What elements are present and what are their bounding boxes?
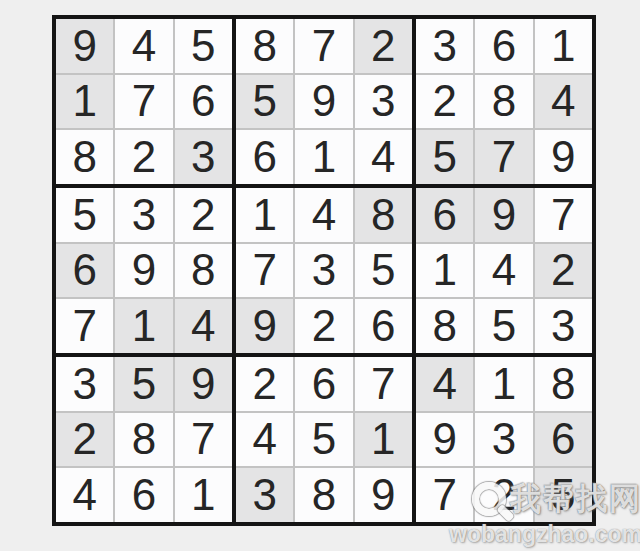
page-background: 9451768238725936143612845795326987141487… xyxy=(0,0,640,551)
cell-r1c4[interactable]: 8 xyxy=(236,19,293,73)
cell-r2c9[interactable]: 4 xyxy=(535,75,592,129)
box-2-1: 532698714 xyxy=(56,188,232,353)
cell-r9c3[interactable]: 1 xyxy=(175,468,232,522)
cell-r2c4[interactable]: 5 xyxy=(236,75,293,129)
cell-r5c1[interactable]: 6 xyxy=(56,244,113,298)
cell-r4c5[interactable]: 4 xyxy=(295,188,352,242)
cell-r4c8[interactable]: 9 xyxy=(475,188,532,242)
cell-r6c2[interactable]: 1 xyxy=(115,299,172,353)
cell-r1c5[interactable]: 7 xyxy=(295,19,352,73)
cell-r4c6[interactable]: 8 xyxy=(355,188,412,242)
cell-r4c4[interactable]: 1 xyxy=(236,188,293,242)
cell-r7c7[interactable]: 4 xyxy=(416,357,473,411)
cell-r8c1[interactable]: 2 xyxy=(56,413,113,467)
cell-r8c6[interactable]: 1 xyxy=(355,413,412,467)
cell-r8c7[interactable]: 9 xyxy=(416,413,473,467)
cell-r1c3[interactable]: 5 xyxy=(175,19,232,73)
cell-r2c3[interactable]: 6 xyxy=(175,75,232,129)
box-2-3: 697142853 xyxy=(416,188,592,353)
cell-r2c1[interactable]: 1 xyxy=(56,75,113,129)
cell-r7c3[interactable]: 9 xyxy=(175,357,232,411)
box-3-1: 359287461 xyxy=(56,357,232,522)
box-1-2: 872593614 xyxy=(236,19,412,184)
cell-r9c6[interactable]: 9 xyxy=(355,468,412,522)
cell-r7c8[interactable]: 1 xyxy=(475,357,532,411)
cell-r8c2[interactable]: 8 xyxy=(115,413,172,467)
cell-r9c2[interactable]: 6 xyxy=(115,468,172,522)
cell-r4c9[interactable]: 7 xyxy=(535,188,592,242)
cell-r8c5[interactable]: 5 xyxy=(295,413,352,467)
cell-r9c1[interactable]: 4 xyxy=(56,468,113,522)
cell-r9c4[interactable]: 3 xyxy=(236,468,293,522)
cell-r1c1[interactable]: 9 xyxy=(56,19,113,73)
box-1-1: 945176823 xyxy=(56,19,232,184)
cell-r3c4[interactable]: 6 xyxy=(236,130,293,184)
cell-r5c4[interactable]: 7 xyxy=(236,244,293,298)
cell-r1c8[interactable]: 6 xyxy=(475,19,532,73)
cell-r9c9[interactable]: 5 xyxy=(535,468,592,522)
cell-r6c1[interactable]: 7 xyxy=(56,299,113,353)
cell-r3c2[interactable]: 2 xyxy=(115,130,172,184)
cell-r5c5[interactable]: 3 xyxy=(295,244,352,298)
cell-r7c6[interactable]: 7 xyxy=(355,357,412,411)
cell-r6c8[interactable]: 5 xyxy=(475,299,532,353)
cell-r9c8[interactable]: 2 xyxy=(475,468,532,522)
box-3-3: 418936725 xyxy=(416,357,592,522)
cell-r5c8[interactable]: 4 xyxy=(475,244,532,298)
cell-r3c7[interactable]: 5 xyxy=(416,130,473,184)
cell-r2c6[interactable]: 3 xyxy=(355,75,412,129)
cell-r9c5[interactable]: 8 xyxy=(295,468,352,522)
cell-r2c7[interactable]: 2 xyxy=(416,75,473,129)
box-1-3: 361284579 xyxy=(416,19,592,184)
cell-r6c7[interactable]: 8 xyxy=(416,299,473,353)
cell-r4c1[interactable]: 5 xyxy=(56,188,113,242)
cell-r7c9[interactable]: 8 xyxy=(535,357,592,411)
cell-r7c4[interactable]: 2 xyxy=(236,357,293,411)
cell-r3c8[interactable]: 7 xyxy=(475,130,532,184)
cell-r1c6[interactable]: 2 xyxy=(355,19,412,73)
sudoku-board: 9451768238725936143612845795326987141487… xyxy=(52,15,596,526)
cell-r5c7[interactable]: 1 xyxy=(416,244,473,298)
cell-r1c7[interactable]: 3 xyxy=(416,19,473,73)
cell-r3c6[interactable]: 4 xyxy=(355,130,412,184)
cell-r5c6[interactable]: 5 xyxy=(355,244,412,298)
cell-r3c5[interactable]: 1 xyxy=(295,130,352,184)
cell-r7c2[interactable]: 5 xyxy=(115,357,172,411)
cell-r2c8[interactable]: 8 xyxy=(475,75,532,129)
cell-r6c9[interactable]: 3 xyxy=(535,299,592,353)
cell-r3c3[interactable]: 3 xyxy=(175,130,232,184)
cell-r2c5[interactable]: 9 xyxy=(295,75,352,129)
cell-r8c3[interactable]: 7 xyxy=(175,413,232,467)
cell-r5c9[interactable]: 2 xyxy=(535,244,592,298)
cell-r5c3[interactable]: 8 xyxy=(175,244,232,298)
cell-r2c2[interactable]: 7 xyxy=(115,75,172,129)
cell-r8c4[interactable]: 4 xyxy=(236,413,293,467)
cell-r4c2[interactable]: 3 xyxy=(115,188,172,242)
cell-r4c7[interactable]: 6 xyxy=(416,188,473,242)
cell-r3c9[interactable]: 9 xyxy=(535,130,592,184)
cell-r6c4[interactable]: 9 xyxy=(236,299,293,353)
cell-r8c8[interactable]: 3 xyxy=(475,413,532,467)
cell-r6c3[interactable]: 4 xyxy=(175,299,232,353)
box-3-2: 267451389 xyxy=(236,357,412,522)
cell-r8c9[interactable]: 6 xyxy=(535,413,592,467)
cell-r6c5[interactable]: 2 xyxy=(295,299,352,353)
cell-r1c2[interactable]: 4 xyxy=(115,19,172,73)
cell-r5c2[interactable]: 9 xyxy=(115,244,172,298)
cell-r7c1[interactable]: 3 xyxy=(56,357,113,411)
cell-r6c6[interactable]: 6 xyxy=(355,299,412,353)
cell-r1c9[interactable]: 1 xyxy=(535,19,592,73)
box-2-2: 148735926 xyxy=(236,188,412,353)
cell-r4c3[interactable]: 2 xyxy=(175,188,232,242)
cell-r9c7[interactable]: 7 xyxy=(416,468,473,522)
cell-r3c1[interactable]: 8 xyxy=(56,130,113,184)
cell-r7c5[interactable]: 6 xyxy=(295,357,352,411)
